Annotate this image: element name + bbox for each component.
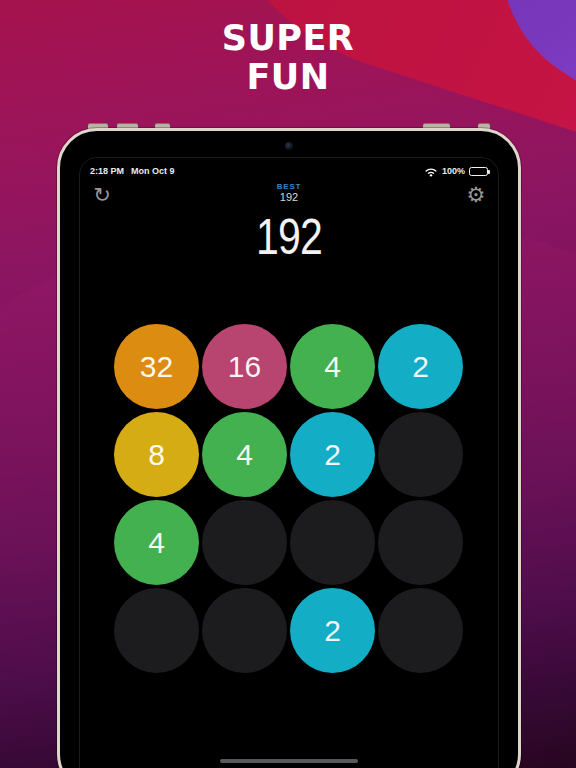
wifi-icon — [424, 166, 438, 177]
best-value: 192 — [80, 191, 498, 204]
best-label: BEST — [80, 182, 498, 191]
empty-cell — [378, 588, 463, 673]
best-score-block: BEST 192 — [80, 182, 498, 204]
status-date: Mon Oct 9 — [131, 166, 175, 176]
board[interactable]: 32164284242 — [114, 324, 463, 673]
empty-cell — [290, 500, 375, 585]
empty-cell — [202, 588, 287, 673]
tile-2: 2 — [378, 324, 463, 409]
settings-button[interactable]: ⚙ — [463, 183, 489, 209]
home-indicator[interactable] — [220, 759, 358, 763]
front-camera-icon — [285, 142, 293, 150]
battery-icon — [469, 167, 488, 176]
empty-cell — [202, 500, 287, 585]
tile-32: 32 — [114, 324, 199, 409]
status-time: 2:18 PM — [90, 166, 124, 176]
current-score: 192 — [118, 210, 461, 265]
ipad-device-frame: 2:18 PM Mon Oct 9 100% ↻ BEST 192 — [57, 128, 521, 768]
battery-percent: 100% — [442, 166, 465, 176]
empty-cell — [378, 500, 463, 585]
tile-4: 4 — [202, 412, 287, 497]
headline-line2: FUN — [0, 58, 576, 97]
tile-16: 16 — [202, 324, 287, 409]
tile-4: 4 — [290, 324, 375, 409]
gear-icon: ⚙ — [467, 183, 486, 207]
status-bar: 2:18 PM Mon Oct 9 100% — [80, 164, 498, 178]
tile-4: 4 — [114, 500, 199, 585]
empty-cell — [114, 588, 199, 673]
marketing-headline: SUPER FUN — [0, 19, 576, 96]
tile-8: 8 — [114, 412, 199, 497]
tile-2: 2 — [290, 588, 375, 673]
tile-2: 2 — [290, 412, 375, 497]
headline-line1: SUPER — [0, 19, 576, 58]
empty-cell — [378, 412, 463, 497]
app-screen: 2:18 PM Mon Oct 9 100% ↻ BEST 192 — [79, 157, 499, 768]
